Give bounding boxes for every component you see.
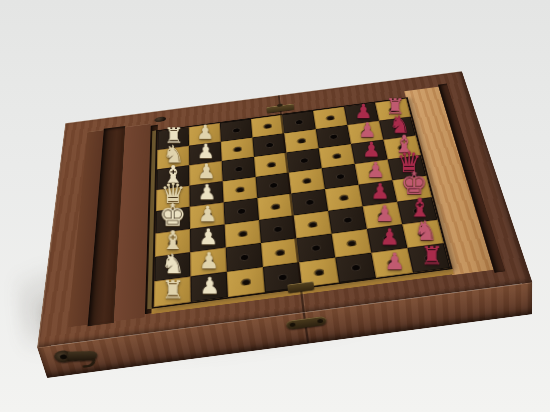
square-d3[interactable] <box>223 177 258 202</box>
square-g3[interactable] <box>226 243 263 272</box>
white-knight[interactable]: ♞ <box>159 252 186 277</box>
square-h1[interactable]: ♜ <box>154 277 191 307</box>
chess-box: ♜♟♟♜♞♟♟♞♝♟♟♝♛♟♟♛♚♟♟♚♝♟♟♝♞♟♟♞♜♟♟♜ <box>37 71 532 347</box>
white-pawn[interactable]: ♟ <box>196 205 217 225</box>
square-c4[interactable] <box>254 153 289 177</box>
white-pawn[interactable]: ♟ <box>198 276 221 298</box>
square-d4[interactable] <box>256 173 291 198</box>
white-pawn[interactable]: ♟ <box>196 183 217 203</box>
square-d5[interactable] <box>289 168 325 193</box>
red-pawn[interactable]: ♟ <box>373 204 395 225</box>
red-pawn[interactable]: ♟ <box>383 252 406 274</box>
square-g6[interactable] <box>332 229 372 258</box>
white-rook[interactable]: ♜ <box>160 279 185 303</box>
square-h6[interactable] <box>335 253 376 283</box>
square-g4[interactable] <box>261 238 299 267</box>
square-h7[interactable]: ♟ <box>371 248 413 278</box>
red-pawn[interactable]: ♟ <box>369 182 390 202</box>
square-c6[interactable] <box>319 144 355 168</box>
photo-stage: ♜♟♟♜♞♟♟♞♝♟♟♝♛♟♟♛♚♟♟♚♝♟♟♝♞♟♟♞♜♟♟♜ <box>0 0 550 412</box>
square-h8[interactable]: ♜ <box>408 243 451 273</box>
white-pawn[interactable]: ♟ <box>197 251 219 272</box>
board: ♜♟♟♜♞♟♟♞♝♟♟♝♛♟♟♛♚♟♟♚♝♟♟♝♞♟♟♞♜♟♟♜ <box>152 97 453 308</box>
front-seam <box>303 312 310 344</box>
red-pawn[interactable]: ♟ <box>378 228 400 249</box>
square-d6[interactable] <box>322 164 359 189</box>
square-e6[interactable] <box>325 185 363 211</box>
square-e4[interactable] <box>257 194 293 220</box>
red-rook[interactable]: ♜ <box>419 245 444 269</box>
square-h2[interactable]: ♟ <box>191 272 228 302</box>
square-f5[interactable] <box>294 211 332 238</box>
square-c5[interactable] <box>286 148 321 172</box>
hinge-knob-icon <box>154 116 166 122</box>
white-pawn[interactable]: ♟ <box>197 228 219 249</box>
red-knight[interactable]: ♞ <box>412 219 439 244</box>
scene: ♜♟♟♜♞♟♟♞♝♟♟♝♛♟♟♛♚♟♟♚♝♟♟♝♞♟♟♞♜♟♟♜ <box>0 0 550 412</box>
hook-clasp-icon <box>68 351 98 361</box>
square-h3[interactable] <box>227 267 265 297</box>
